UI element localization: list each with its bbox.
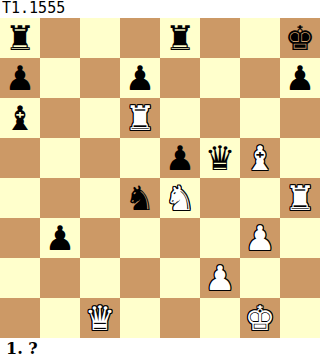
square-h7[interactable]: ♟ (280, 58, 320, 98)
square-d3[interactable] (120, 218, 160, 258)
square-h4[interactable]: ♜ (280, 178, 320, 218)
square-a6[interactable]: ♝ (0, 98, 40, 138)
square-b2[interactable] (40, 258, 80, 298)
square-h8[interactable]: ♚ (280, 18, 320, 58)
black-rook: ♜ (160, 18, 200, 58)
square-a4[interactable] (0, 178, 40, 218)
square-f6[interactable] (200, 98, 240, 138)
square-d6[interactable]: ♜ (120, 98, 160, 138)
square-a1[interactable] (0, 298, 40, 338)
square-a5[interactable] (0, 138, 40, 178)
square-h2[interactable] (280, 258, 320, 298)
square-d2[interactable] (120, 258, 160, 298)
black-queen: ♛ (200, 138, 240, 178)
white-pawn: ♟ (200, 258, 240, 298)
square-g8[interactable] (240, 18, 280, 58)
white-bishop: ♝ (240, 138, 280, 178)
square-b6[interactable] (40, 98, 80, 138)
square-b1[interactable] (40, 298, 80, 338)
square-g1[interactable]: ♚ (240, 298, 280, 338)
black-king: ♚ (280, 18, 320, 58)
square-h5[interactable] (280, 138, 320, 178)
white-knight: ♞ (160, 178, 200, 218)
square-c6[interactable] (80, 98, 120, 138)
square-d8[interactable] (120, 18, 160, 58)
square-f5[interactable]: ♛ (200, 138, 240, 178)
square-b4[interactable] (40, 178, 80, 218)
square-c1[interactable]: ♛ (80, 298, 120, 338)
square-e3[interactable] (160, 218, 200, 258)
black-rook: ♜ (0, 18, 40, 58)
square-f2[interactable]: ♟ (200, 258, 240, 298)
square-g5[interactable]: ♝ (240, 138, 280, 178)
square-c4[interactable] (80, 178, 120, 218)
square-f7[interactable] (200, 58, 240, 98)
square-f1[interactable] (200, 298, 240, 338)
square-e6[interactable] (160, 98, 200, 138)
square-b7[interactable] (40, 58, 80, 98)
square-f3[interactable] (200, 218, 240, 258)
square-g3[interactable]: ♟ (240, 218, 280, 258)
square-d1[interactable] (120, 298, 160, 338)
square-a7[interactable]: ♟ (0, 58, 40, 98)
square-h1[interactable] (280, 298, 320, 338)
black-pawn: ♟ (120, 58, 160, 98)
square-b3[interactable]: ♟ (40, 218, 80, 258)
square-h6[interactable] (280, 98, 320, 138)
white-rook: ♜ (120, 98, 160, 138)
white-queen: ♛ (80, 298, 120, 338)
move-prompt: 1. ? (0, 338, 320, 360)
white-pawn: ♟ (240, 218, 280, 258)
black-pawn: ♟ (280, 58, 320, 98)
square-f8[interactable] (200, 18, 240, 58)
square-c8[interactable] (80, 18, 120, 58)
square-e1[interactable] (160, 298, 200, 338)
square-g2[interactable] (240, 258, 280, 298)
black-pawn: ♟ (0, 58, 40, 98)
square-e4[interactable]: ♞ (160, 178, 200, 218)
square-a2[interactable] (0, 258, 40, 298)
square-e2[interactable] (160, 258, 200, 298)
square-e7[interactable] (160, 58, 200, 98)
black-pawn: ♟ (160, 138, 200, 178)
square-d7[interactable]: ♟ (120, 58, 160, 98)
square-b5[interactable] (40, 138, 80, 178)
chess-board: ♜♜♚♟♟♟♝♜♟♛♝♞♞♜♟♟♟♛♚ (0, 18, 320, 338)
square-a3[interactable] (0, 218, 40, 258)
square-e8[interactable]: ♜ (160, 18, 200, 58)
square-e5[interactable]: ♟ (160, 138, 200, 178)
white-king: ♚ (240, 298, 280, 338)
square-c2[interactable] (80, 258, 120, 298)
puzzle-id: T1.1555 (0, 0, 320, 18)
square-c3[interactable] (80, 218, 120, 258)
square-g7[interactable] (240, 58, 280, 98)
square-d5[interactable] (120, 138, 160, 178)
black-knight: ♞ (120, 178, 160, 218)
black-pawn: ♟ (40, 218, 80, 258)
square-h3[interactable] (280, 218, 320, 258)
square-g6[interactable] (240, 98, 280, 138)
square-f4[interactable] (200, 178, 240, 218)
square-c5[interactable] (80, 138, 120, 178)
white-rook: ♜ (280, 178, 320, 218)
black-bishop: ♝ (0, 98, 40, 138)
square-c7[interactable] (80, 58, 120, 98)
square-a8[interactable]: ♜ (0, 18, 40, 58)
square-b8[interactable] (40, 18, 80, 58)
square-g4[interactable] (240, 178, 280, 218)
square-d4[interactable]: ♞ (120, 178, 160, 218)
